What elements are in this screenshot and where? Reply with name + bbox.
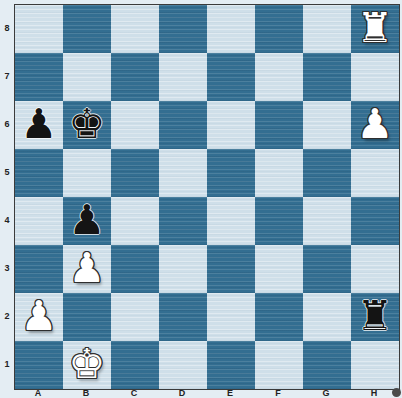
square-g1[interactable] xyxy=(303,341,351,389)
square-d4[interactable] xyxy=(159,197,207,245)
square-e8[interactable] xyxy=(207,5,255,53)
square-f4[interactable] xyxy=(255,197,303,245)
square-e7[interactable] xyxy=(207,53,255,101)
rank-label-5: 5 xyxy=(0,148,14,196)
rank-label-8: 8 xyxy=(0,4,14,52)
file-label-g: G xyxy=(302,388,350,398)
square-h5[interactable] xyxy=(351,149,399,197)
square-h7[interactable] xyxy=(351,53,399,101)
square-e5[interactable] xyxy=(207,149,255,197)
square-g6[interactable] xyxy=(303,101,351,149)
white-rook[interactable]: ♜ xyxy=(357,8,394,49)
square-e6[interactable] xyxy=(207,101,255,149)
rank-label-1: 1 xyxy=(0,340,14,388)
file-label-h: H xyxy=(350,388,398,398)
square-c4[interactable] xyxy=(111,197,159,245)
square-a6[interactable]: ♟ xyxy=(15,101,63,149)
square-f3[interactable] xyxy=(255,245,303,293)
file-label-d: D xyxy=(158,388,206,398)
square-b1[interactable]: ♚ xyxy=(63,341,111,389)
square-d3[interactable] xyxy=(159,245,207,293)
file-label-a: A xyxy=(14,388,62,398)
rank-labels: 87654321 xyxy=(0,4,14,390)
file-label-f: F xyxy=(254,388,302,398)
chess-diagram: 87654321 ♜♟♚♟♟♟♟♜♚ ABCDEFGH xyxy=(0,0,402,398)
file-label-b: B xyxy=(62,388,110,398)
square-b4[interactable]: ♟ xyxy=(63,197,111,245)
black-pawn[interactable]: ♟ xyxy=(69,200,106,241)
square-a2[interactable]: ♟ xyxy=(15,293,63,341)
square-g2[interactable] xyxy=(303,293,351,341)
square-c2[interactable] xyxy=(111,293,159,341)
square-g4[interactable] xyxy=(303,197,351,245)
square-a7[interactable] xyxy=(15,53,63,101)
black-pawn[interactable]: ♟ xyxy=(21,104,58,145)
square-h4[interactable] xyxy=(351,197,399,245)
file-label-c: C xyxy=(110,388,158,398)
square-a4[interactable] xyxy=(15,197,63,245)
square-d5[interactable] xyxy=(159,149,207,197)
square-d1[interactable] xyxy=(159,341,207,389)
square-h2[interactable]: ♜ xyxy=(351,293,399,341)
square-b5[interactable] xyxy=(63,149,111,197)
square-b3[interactable]: ♟ xyxy=(63,245,111,293)
square-e2[interactable] xyxy=(207,293,255,341)
square-f6[interactable] xyxy=(255,101,303,149)
square-e3[interactable] xyxy=(207,245,255,293)
square-c7[interactable] xyxy=(111,53,159,101)
square-g8[interactable] xyxy=(303,5,351,53)
square-c8[interactable] xyxy=(111,5,159,53)
square-a1[interactable] xyxy=(15,341,63,389)
square-a8[interactable] xyxy=(15,5,63,53)
square-d2[interactable] xyxy=(159,293,207,341)
file-labels: ABCDEFGH xyxy=(14,388,400,398)
square-b8[interactable] xyxy=(63,5,111,53)
square-f8[interactable] xyxy=(255,5,303,53)
file-label-e: E xyxy=(206,388,254,398)
square-f5[interactable] xyxy=(255,149,303,197)
square-g5[interactable] xyxy=(303,149,351,197)
square-d6[interactable] xyxy=(159,101,207,149)
white-pawn[interactable]: ♟ xyxy=(69,248,106,289)
square-f1[interactable] xyxy=(255,341,303,389)
square-h3[interactable] xyxy=(351,245,399,293)
rank-label-6: 6 xyxy=(0,100,14,148)
square-c6[interactable] xyxy=(111,101,159,149)
square-h8[interactable]: ♜ xyxy=(351,5,399,53)
rank-label-2: 2 xyxy=(0,292,14,340)
black-king[interactable]: ♚ xyxy=(69,104,106,145)
square-h6[interactable]: ♟ xyxy=(351,101,399,149)
square-b6[interactable]: ♚ xyxy=(63,101,111,149)
square-b2[interactable] xyxy=(63,293,111,341)
square-d8[interactable] xyxy=(159,5,207,53)
square-b7[interactable] xyxy=(63,53,111,101)
square-e4[interactable] xyxy=(207,197,255,245)
square-c5[interactable] xyxy=(111,149,159,197)
square-g7[interactable] xyxy=(303,53,351,101)
rank-label-3: 3 xyxy=(0,244,14,292)
square-f7[interactable] xyxy=(255,53,303,101)
rank-label-4: 4 xyxy=(0,196,14,244)
white-pawn[interactable]: ♟ xyxy=(357,104,394,145)
corner-dot-icon xyxy=(392,388,401,397)
square-c1[interactable] xyxy=(111,341,159,389)
square-d7[interactable] xyxy=(159,53,207,101)
square-e1[interactable] xyxy=(207,341,255,389)
square-a5[interactable] xyxy=(15,149,63,197)
square-g3[interactable] xyxy=(303,245,351,293)
square-c3[interactable] xyxy=(111,245,159,293)
black-rook[interactable]: ♜ xyxy=(357,296,394,337)
chess-board[interactable]: ♜♟♚♟♟♟♟♜♚ xyxy=(14,4,400,390)
square-h1[interactable] xyxy=(351,341,399,389)
rank-label-7: 7 xyxy=(0,52,14,100)
square-a3[interactable] xyxy=(15,245,63,293)
white-king[interactable]: ♚ xyxy=(69,344,106,385)
square-f2[interactable] xyxy=(255,293,303,341)
white-pawn[interactable]: ♟ xyxy=(21,296,58,337)
